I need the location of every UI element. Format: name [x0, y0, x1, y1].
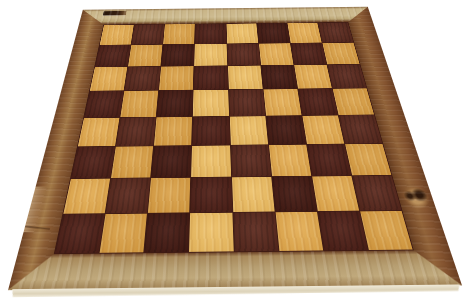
- square-g7[interactable]: [291, 43, 327, 65]
- square-e5[interactable]: [229, 90, 265, 116]
- square-e3[interactable]: [230, 145, 270, 177]
- square-e6[interactable]: [228, 66, 263, 90]
- square-f3[interactable]: [269, 144, 311, 176]
- square-a8[interactable]: [100, 25, 134, 45]
- square-b3[interactable]: [111, 146, 153, 178]
- square-f2[interactable]: [272, 176, 317, 211]
- square-a2[interactable]: [63, 178, 110, 213]
- square-a4[interactable]: [78, 117, 120, 146]
- square-g4[interactable]: [302, 115, 344, 144]
- square-a5[interactable]: [84, 91, 124, 117]
- square-e2[interactable]: [232, 177, 275, 212]
- square-h8[interactable]: [318, 22, 354, 42]
- square-d6[interactable]: [194, 66, 228, 90]
- square-g3[interactable]: [307, 144, 351, 176]
- square-d5[interactable]: [193, 90, 229, 116]
- square-d1[interactable]: [189, 213, 233, 252]
- square-h3[interactable]: [345, 144, 391, 176]
- square-d7[interactable]: [194, 44, 226, 66]
- square-d3[interactable]: [191, 145, 230, 177]
- square-b5[interactable]: [120, 91, 158, 117]
- square-c4[interactable]: [154, 117, 192, 146]
- square-a1[interactable]: [55, 214, 105, 253]
- square-h5[interactable]: [333, 89, 374, 115]
- square-d8[interactable]: [195, 24, 226, 44]
- square-c1[interactable]: [145, 213, 190, 252]
- square-g2[interactable]: [312, 176, 359, 211]
- square-a3[interactable]: [71, 146, 115, 178]
- chessboard: [8, 7, 462, 290]
- square-b2[interactable]: [106, 178, 151, 213]
- square-f1[interactable]: [275, 212, 323, 251]
- square-d2[interactable]: [190, 177, 231, 212]
- square-h7[interactable]: [322, 43, 359, 65]
- square-g5[interactable]: [298, 89, 338, 115]
- square-b7[interactable]: [128, 45, 162, 67]
- square-e7[interactable]: [227, 44, 260, 66]
- square-f5[interactable]: [263, 89, 301, 115]
- square-f7[interactable]: [259, 43, 294, 65]
- square-h2[interactable]: [352, 175, 401, 210]
- square-c5[interactable]: [157, 90, 193, 116]
- square-g8[interactable]: [287, 23, 321, 43]
- square-h6[interactable]: [327, 65, 366, 89]
- square-c7[interactable]: [161, 44, 194, 66]
- square-h4[interactable]: [339, 115, 383, 144]
- square-b4[interactable]: [116, 117, 156, 146]
- square-b1[interactable]: [100, 214, 147, 253]
- square-f8[interactable]: [257, 23, 290, 43]
- square-e1[interactable]: [233, 212, 278, 251]
- wood-knot: [400, 185, 432, 208]
- square-f4[interactable]: [266, 116, 306, 145]
- square-a7[interactable]: [95, 45, 131, 67]
- square-g6[interactable]: [294, 65, 332, 89]
- square-c3[interactable]: [151, 146, 191, 178]
- square-a6[interactable]: [90, 67, 128, 91]
- square-g1[interactable]: [318, 211, 368, 250]
- square-e8[interactable]: [226, 23, 258, 43]
- square-c6[interactable]: [159, 66, 194, 90]
- frame-slot: [103, 11, 127, 16]
- square-b8[interactable]: [131, 24, 164, 44]
- square-e4[interactable]: [229, 116, 267, 145]
- square-c8[interactable]: [163, 24, 195, 44]
- square-b6[interactable]: [124, 67, 160, 91]
- photo-background: [0, 0, 470, 301]
- frame-rail-bottom: [8, 250, 462, 290]
- square-f6[interactable]: [261, 65, 297, 89]
- square-c2[interactable]: [148, 178, 190, 213]
- square-d4[interactable]: [192, 116, 229, 145]
